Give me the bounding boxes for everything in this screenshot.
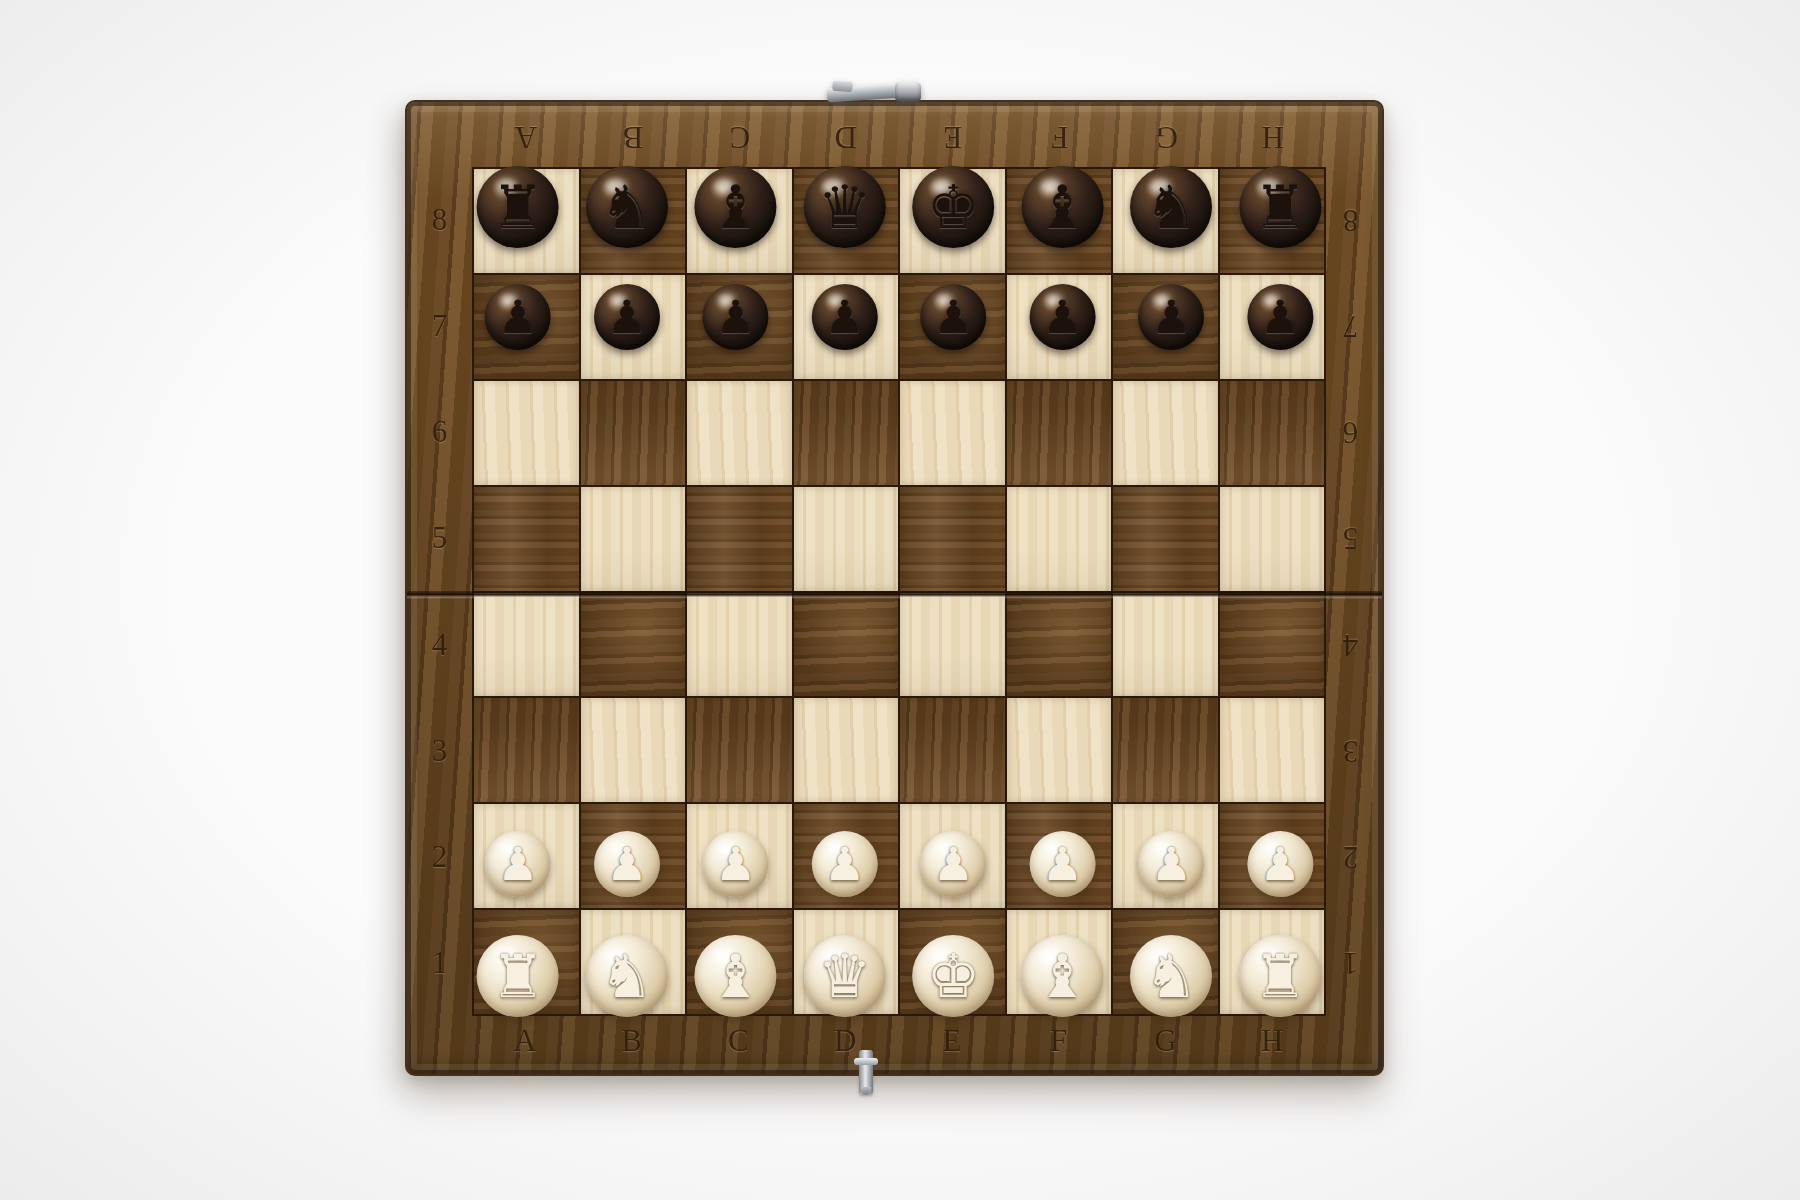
piece-glyph: ♜ [1253,946,1307,1006]
square-b2[interactable]: ♟ [581,804,686,908]
piece-glyph: ♟ [497,294,538,340]
square-f6[interactable] [1007,381,1112,485]
piece-glyph: ♟ [1042,841,1083,887]
piece-glyph: ♟ [715,294,756,340]
black-bishop-c8[interactable]: ♝ [683,155,788,259]
rank-label-left-3: 3 [414,698,466,804]
square-g8[interactable]: ♞ [1113,169,1218,273]
white-rook-a1[interactable]: ♜ [466,924,570,1028]
clasp-bar [827,83,902,102]
piece-glyph: ♞ [600,177,654,237]
rank-label-right-5: 5 [1324,485,1376,591]
square-h7[interactable]: ♟ [1220,275,1325,379]
board-fold-seam [407,591,1382,599]
piece-glyph: ♟ [1151,294,1192,340]
black-king-e8[interactable]: ♚ [901,155,1006,259]
square-b1[interactable]: ♞ [581,910,686,1014]
rank-label-left-8: 8 [414,167,466,273]
square-e8[interactable]: ♚ [900,169,1005,273]
square-d7[interactable]: ♟ [794,275,899,379]
square-f5[interactable] [1007,487,1112,591]
square-e2[interactable]: ♟ [900,804,1005,908]
square-g3[interactable] [1113,698,1218,802]
rank-label-left-7: 7 [414,273,466,379]
square-h8[interactable]: ♜ [1220,169,1325,273]
white-pawn-d2[interactable]: ♟ [792,812,897,916]
piece-glyph: ♟ [1042,294,1083,340]
file-label-top-h: H [1219,114,1326,160]
white-pawn-f2[interactable]: ♟ [1010,812,1115,916]
black-pawn-a7[interactable]: ♟ [466,265,570,369]
square-g7[interactable]: ♟ [1113,275,1218,379]
square-f8[interactable]: ♝ [1007,169,1112,273]
black-pawn-f7[interactable]: ♟ [1010,265,1115,369]
black-knight-b8[interactable]: ♞ [575,155,680,259]
square-g5[interactable] [1113,487,1218,591]
square-b7[interactable]: ♟ [581,275,686,379]
square-a3[interactable] [474,698,579,802]
square-d2[interactable]: ♟ [794,804,899,908]
rank-label-right-3: 3 [1324,698,1376,804]
file-label-top-e: E [899,114,1006,160]
white-rook-h1[interactable]: ♜ [1228,924,1333,1028]
black-pawn-g7[interactable]: ♟ [1119,265,1224,369]
square-h2[interactable]: ♟ [1220,804,1325,908]
square-b5[interactable] [581,487,686,591]
file-label-top-c: C [686,114,793,160]
square-a1[interactable]: ♜ [474,910,579,1014]
square-e5[interactable] [900,487,1005,591]
piece-glyph: ♚ [927,946,981,1006]
square-f1[interactable]: ♝ [1007,910,1112,1014]
square-h4[interactable] [1220,593,1325,697]
square-h5[interactable] [1220,487,1325,591]
square-a5[interactable] [474,487,579,591]
piece-glyph: ♛ [818,177,872,237]
white-bishop-f1[interactable]: ♝ [1010,924,1115,1028]
piece-glyph: ♟ [933,841,974,887]
black-bishop-f8[interactable]: ♝ [1010,155,1115,259]
metal-clasp-icon [823,76,923,112]
file-label-top-f: F [1006,114,1113,160]
black-knight-g8[interactable]: ♞ [1119,155,1224,259]
black-rook-h8[interactable]: ♜ [1228,155,1333,259]
piece-glyph: ♟ [824,294,865,340]
piece-glyph: ♟ [1260,841,1301,887]
piece-glyph: ♟ [606,841,647,887]
chess-board: ABCDEFGH 87654321 ♜♞♝♛♚♝♞♜♟♟♟♟♟♟♟♟♟♟♟♟♟♟… [405,100,1384,1076]
piece-glyph: ♟ [824,841,865,887]
square-d5[interactable] [794,487,899,591]
piece-glyph: ♝ [1035,177,1089,237]
square-d6[interactable] [794,381,899,485]
black-rook-a8[interactable]: ♜ [466,155,570,259]
square-a2[interactable]: ♟ [474,804,579,908]
square-c2[interactable]: ♟ [687,804,792,908]
rank-label-left-1: 1 [414,910,466,1016]
white-king-e1[interactable]: ♚ [901,924,1006,1028]
photo-background: ABCDEFGH 87654321 ♜♞♝♛♚♝♞♜♟♟♟♟♟♟♟♟♟♟♟♟♟♟… [0,0,1800,1200]
square-d8[interactable]: ♛ [794,169,899,273]
rank-label-left-6: 6 [414,379,466,485]
black-pawn-b7[interactable]: ♟ [575,265,680,369]
piece-glyph: ♜ [491,177,545,237]
rank-label-left-2: 2 [414,804,466,910]
square-f7[interactable]: ♟ [1007,275,1112,379]
black-pawn-h7[interactable]: ♟ [1228,265,1333,369]
rank-label-left-4: 4 [414,592,466,698]
square-a8[interactable]: ♜ [474,169,579,273]
piece-glyph: ♞ [1144,177,1198,237]
piece-glyph: ♟ [1151,841,1192,887]
rank-label-left-5: 5 [414,485,466,591]
square-e4[interactable] [900,593,1005,697]
rank-label-right-4: 4 [1324,592,1376,698]
square-c6[interactable] [687,381,792,485]
black-queen-d8[interactable]: ♛ [792,155,897,259]
square-b3[interactable] [581,698,686,802]
square-g4[interactable] [1113,593,1218,697]
square-g6[interactable] [1113,381,1218,485]
piece-glyph: ♟ [933,294,974,340]
white-pawn-e2[interactable]: ♟ [901,812,1006,916]
square-e1[interactable]: ♚ [900,910,1005,1014]
square-f3[interactable] [1007,698,1112,802]
square-c4[interactable] [687,593,792,697]
square-a7[interactable]: ♟ [474,275,579,379]
white-pawn-a2[interactable]: ♟ [466,812,570,916]
square-e3[interactable] [900,698,1005,802]
piece-glyph: ♚ [927,177,981,237]
file-label-top-g: G [1113,114,1220,160]
piece-glyph: ♟ [606,294,647,340]
piece-glyph: ♛ [818,946,872,1006]
square-f4[interactable] [1007,593,1112,697]
square-d1[interactable]: ♛ [794,910,899,1014]
square-a6[interactable] [474,381,579,485]
file-labels-top: ABCDEFGH [472,114,1326,160]
square-d3[interactable] [794,698,899,802]
white-pawn-c2[interactable]: ♟ [683,812,788,916]
white-pawn-g2[interactable]: ♟ [1119,812,1224,916]
square-b6[interactable] [581,381,686,485]
square-c5[interactable] [687,487,792,591]
white-knight-b1[interactable]: ♞ [575,924,680,1028]
piece-glyph: ♞ [600,946,654,1006]
square-e6[interactable] [900,381,1005,485]
white-bishop-c1[interactable]: ♝ [683,924,788,1028]
piece-glyph: ♟ [1260,294,1301,340]
square-g1[interactable]: ♞ [1113,910,1218,1014]
piece-glyph: ♝ [1035,946,1089,1006]
file-label-top-b: B [579,114,686,160]
piece-glyph: ♜ [1253,177,1307,237]
square-b4[interactable] [581,593,686,697]
square-h6[interactable] [1220,381,1325,485]
square-c1[interactable]: ♝ [687,910,792,1014]
file-label-top-d: D [792,114,899,160]
square-e7[interactable]: ♟ [900,275,1005,379]
white-pawn-h2[interactable]: ♟ [1228,812,1333,916]
square-c8[interactable]: ♝ [687,169,792,273]
square-h3[interactable] [1220,698,1325,802]
square-h1[interactable]: ♜ [1220,910,1325,1014]
piece-glyph: ♟ [715,841,756,887]
white-pawn-b2[interactable]: ♟ [575,812,680,916]
clasp-hook [895,82,921,102]
file-label-top-a: A [472,114,579,160]
square-f2[interactable]: ♟ [1007,804,1112,908]
piece-glyph: ♜ [491,946,545,1006]
square-a4[interactable] [474,593,579,697]
square-b8[interactable]: ♞ [581,169,686,273]
black-pawn-c7[interactable]: ♟ [683,265,788,369]
square-g2[interactable]: ♟ [1113,804,1218,908]
piece-glyph: ♟ [497,841,538,887]
white-queen-d1[interactable]: ♛ [792,924,897,1028]
black-pawn-e7[interactable]: ♟ [901,265,1006,369]
white-knight-g1[interactable]: ♞ [1119,924,1224,1028]
piece-glyph: ♞ [1144,946,1198,1006]
rank-label-right-6: 6 [1324,379,1376,485]
piece-glyph: ♝ [709,177,763,237]
black-pawn-d7[interactable]: ♟ [792,265,897,369]
square-c7[interactable]: ♟ [687,275,792,379]
piece-glyph: ♝ [709,946,763,1006]
square-c3[interactable] [687,698,792,802]
square-d4[interactable] [794,593,899,697]
metal-pin-icon [859,1050,873,1094]
